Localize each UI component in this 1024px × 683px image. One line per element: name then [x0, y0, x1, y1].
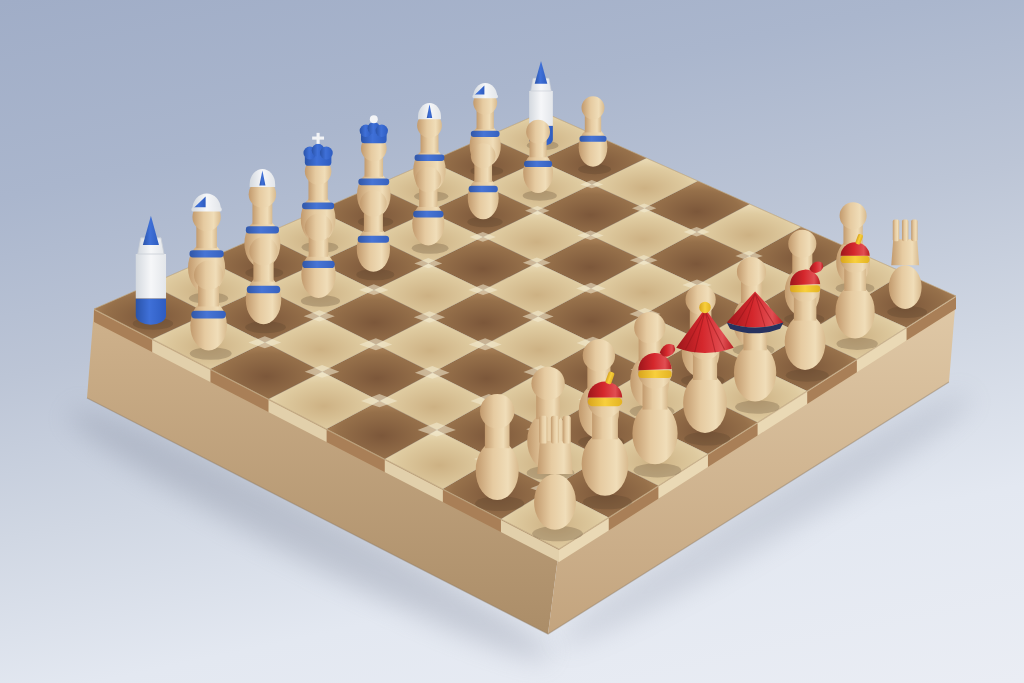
chessboard-photo — [0, 0, 1024, 683]
photo-backdrop: Corner-view photograph of a handcrafted … — [0, 0, 1024, 683]
